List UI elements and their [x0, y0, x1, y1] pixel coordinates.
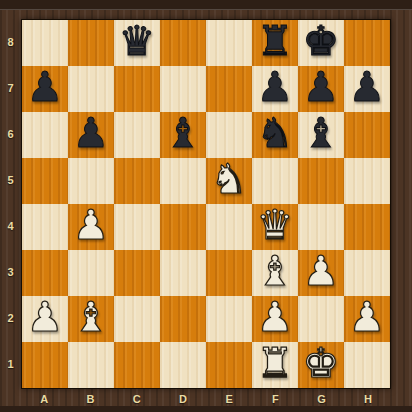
square-a3[interactable] — [22, 250, 68, 296]
square-e5[interactable]: ♞ — [206, 158, 252, 204]
square-g5[interactable] — [298, 158, 344, 204]
square-h4[interactable] — [344, 204, 390, 250]
piece-black-rook[interactable]: ♜ — [252, 20, 298, 66]
square-c4[interactable] — [114, 204, 160, 250]
square-e2[interactable] — [206, 296, 252, 342]
square-e8[interactable] — [206, 20, 252, 66]
piece-white-pawn[interactable]: ♟ — [252, 296, 298, 342]
piece-white-bishop[interactable]: ♝ — [252, 250, 298, 296]
piece-black-pawn[interactable]: ♟ — [298, 66, 344, 112]
square-b2[interactable]: ♝ — [68, 296, 114, 342]
square-a1[interactable] — [22, 342, 68, 388]
piece-black-pawn[interactable]: ♟ — [22, 66, 68, 112]
square-g7[interactable]: ♟ — [298, 66, 344, 112]
square-d7[interactable] — [160, 66, 206, 112]
square-f1[interactable]: ♜ — [252, 342, 298, 388]
square-d6[interactable]: ♝ — [160, 112, 206, 158]
square-g3[interactable]: ♟ — [298, 250, 344, 296]
square-c3[interactable] — [114, 250, 160, 296]
square-f4[interactable]: ♛ — [252, 204, 298, 250]
square-f2[interactable]: ♟ — [252, 296, 298, 342]
square-g6[interactable]: ♝ — [298, 112, 344, 158]
chess-board-frame: ♛♜♚♟♟♟♟♟♝♞♝♞♟♛♝♟♟♝♟♟♜♚ 87654321 ABCDEFGH — [0, 0, 412, 412]
square-h1[interactable] — [344, 342, 390, 388]
square-e4[interactable] — [206, 204, 252, 250]
square-b1[interactable] — [68, 342, 114, 388]
piece-black-pawn[interactable]: ♟ — [344, 66, 390, 112]
square-h3[interactable] — [344, 250, 390, 296]
square-g2[interactable] — [298, 296, 344, 342]
piece-white-pawn[interactable]: ♟ — [22, 296, 68, 342]
square-b8[interactable] — [68, 20, 114, 66]
piece-white-pawn[interactable]: ♟ — [68, 204, 114, 250]
piece-black-king[interactable]: ♚ — [298, 20, 344, 66]
square-b3[interactable] — [68, 250, 114, 296]
square-h8[interactable] — [344, 20, 390, 66]
square-a6[interactable] — [22, 112, 68, 158]
chess-board: ♛♜♚♟♟♟♟♟♝♞♝♞♟♛♝♟♟♝♟♟♜♚ — [21, 19, 391, 389]
rank-label-6: 6 — [0, 111, 21, 157]
square-c2[interactable] — [114, 296, 160, 342]
square-d4[interactable] — [160, 204, 206, 250]
square-h6[interactable] — [344, 112, 390, 158]
file-label-d: D — [160, 390, 206, 408]
square-d8[interactable] — [160, 20, 206, 66]
rank-labels: 87654321 — [0, 19, 21, 387]
square-a2[interactable]: ♟ — [22, 296, 68, 342]
square-c6[interactable] — [114, 112, 160, 158]
rank-label-3: 3 — [0, 249, 21, 295]
file-label-a: A — [21, 390, 67, 408]
square-d3[interactable] — [160, 250, 206, 296]
rank-label-1: 1 — [0, 341, 21, 387]
square-g4[interactable] — [298, 204, 344, 250]
file-label-e: E — [206, 390, 252, 408]
square-d1[interactable] — [160, 342, 206, 388]
piece-white-bishop[interactable]: ♝ — [68, 296, 114, 342]
square-e7[interactable] — [206, 66, 252, 112]
piece-white-rook[interactable]: ♜ — [252, 342, 298, 388]
rank-label-2: 2 — [0, 295, 21, 341]
square-e3[interactable] — [206, 250, 252, 296]
square-c5[interactable] — [114, 158, 160, 204]
square-a4[interactable] — [22, 204, 68, 250]
square-c8[interactable]: ♛ — [114, 20, 160, 66]
square-d5[interactable] — [160, 158, 206, 204]
rank-label-7: 7 — [0, 65, 21, 111]
square-f5[interactable] — [252, 158, 298, 204]
rank-label-5: 5 — [0, 157, 21, 203]
square-f8[interactable]: ♜ — [252, 20, 298, 66]
piece-black-pawn[interactable]: ♟ — [252, 66, 298, 112]
square-c1[interactable] — [114, 342, 160, 388]
piece-black-pawn[interactable]: ♟ — [68, 112, 114, 158]
piece-white-pawn[interactable]: ♟ — [298, 250, 344, 296]
square-b5[interactable] — [68, 158, 114, 204]
square-b7[interactable] — [68, 66, 114, 112]
square-d2[interactable] — [160, 296, 206, 342]
rank-label-8: 8 — [0, 19, 21, 65]
square-f3[interactable]: ♝ — [252, 250, 298, 296]
piece-black-bishop[interactable]: ♝ — [160, 112, 206, 158]
piece-white-pawn[interactable]: ♟ — [344, 296, 390, 342]
square-a5[interactable] — [22, 158, 68, 204]
square-f6[interactable]: ♞ — [252, 112, 298, 158]
square-e6[interactable] — [206, 112, 252, 158]
file-label-c: C — [114, 390, 160, 408]
piece-black-bishop[interactable]: ♝ — [298, 112, 344, 158]
file-label-h: H — [345, 390, 391, 408]
square-b6[interactable]: ♟ — [68, 112, 114, 158]
square-h5[interactable] — [344, 158, 390, 204]
square-a8[interactable] — [22, 20, 68, 66]
file-label-f: F — [252, 390, 298, 408]
square-f7[interactable]: ♟ — [252, 66, 298, 112]
file-labels: ABCDEFGH — [21, 390, 391, 408]
rank-label-4: 4 — [0, 203, 21, 249]
file-label-b: B — [67, 390, 113, 408]
square-g8[interactable]: ♚ — [298, 20, 344, 66]
square-e1[interactable] — [206, 342, 252, 388]
square-h2[interactable]: ♟ — [344, 296, 390, 342]
square-g1[interactable]: ♚ — [298, 342, 344, 388]
square-h7[interactable]: ♟ — [344, 66, 390, 112]
square-c7[interactable] — [114, 66, 160, 112]
file-label-g: G — [299, 390, 345, 408]
square-a7[interactable]: ♟ — [22, 66, 68, 112]
square-b4[interactable]: ♟ — [68, 204, 114, 250]
piece-black-knight[interactable]: ♞ — [252, 112, 298, 158]
piece-white-queen[interactable]: ♛ — [252, 204, 298, 250]
piece-white-knight[interactable]: ♞ — [206, 158, 252, 204]
piece-black-queen[interactable]: ♛ — [114, 20, 160, 66]
piece-white-king[interactable]: ♚ — [298, 342, 344, 388]
